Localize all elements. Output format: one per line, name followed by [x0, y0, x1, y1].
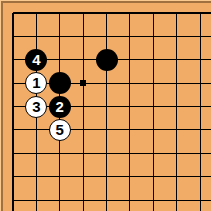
intersection-cell: 2 — [48, 95, 71, 118]
intersection-cell — [95, 48, 118, 71]
go-board: 41325 — [1, 1, 211, 211]
intersection-cell: 3 — [25, 95, 48, 118]
go-board-diagram: 41325 — [0, 0, 211, 211]
hoshi-cell — [71, 71, 94, 94]
stone-white-3: 3 — [25, 96, 47, 118]
stone-black-4: 4 — [25, 49, 47, 71]
stone-white-5: 5 — [49, 119, 71, 141]
hoshi-star-point-marker — [80, 80, 86, 86]
intersection-cell — [48, 71, 71, 94]
stone-white-1: 1 — [25, 72, 47, 94]
stone-black — [49, 72, 71, 94]
intersection-cell: 4 — [25, 48, 48, 71]
stone-black — [96, 49, 118, 71]
stone-black-2: 2 — [49, 96, 71, 118]
intersection-cell: 1 — [25, 71, 48, 94]
intersection-cell: 5 — [48, 118, 71, 141]
